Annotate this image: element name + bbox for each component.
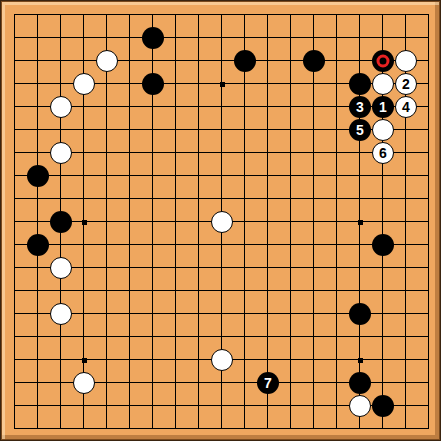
black-stone-move-5: 5 [349, 119, 371, 141]
white-stone [372, 73, 394, 95]
white-stone [73, 73, 95, 95]
black-stone [234, 50, 256, 72]
move-number-label: 1 [379, 100, 387, 114]
move-number-label: 4 [402, 100, 410, 114]
white-stone [50, 142, 72, 164]
black-stone [372, 234, 394, 256]
black-stone [142, 27, 164, 49]
move-number-label: 6 [379, 146, 387, 160]
move-number-label: 3 [356, 100, 364, 114]
black-stone [349, 303, 371, 325]
white-stone [395, 50, 417, 72]
stones-layer: 2314567 [4, 4, 441, 441]
white-stone [50, 257, 72, 279]
white-stone [73, 372, 95, 394]
white-stone [349, 395, 371, 417]
move-number-label: 5 [356, 123, 364, 137]
white-stone-move-4: 4 [395, 96, 417, 118]
white-stone [96, 50, 118, 72]
white-stone [50, 96, 72, 118]
white-stone-move-6: 6 [372, 142, 394, 164]
move-number-label: 7 [264, 376, 272, 390]
black-stone-marked [372, 50, 394, 72]
black-stone [349, 372, 371, 394]
black-stone [27, 165, 49, 187]
white-stone [211, 211, 233, 233]
black-stone [372, 395, 394, 417]
white-stone [211, 349, 233, 371]
white-stone [372, 119, 394, 141]
white-stone [50, 303, 72, 325]
red-circle-mark [377, 55, 390, 68]
black-stone-move-1: 1 [372, 96, 394, 118]
black-stone [303, 50, 325, 72]
black-stone [142, 73, 164, 95]
black-stone-move-7: 7 [257, 372, 279, 394]
black-stone-move-3: 3 [349, 96, 371, 118]
move-number-label: 2 [402, 77, 410, 91]
white-stone-move-2: 2 [395, 73, 417, 95]
black-stone [349, 73, 371, 95]
black-stone [27, 234, 49, 256]
black-stone [50, 211, 72, 233]
go-board: 2314567 [0, 0, 441, 441]
